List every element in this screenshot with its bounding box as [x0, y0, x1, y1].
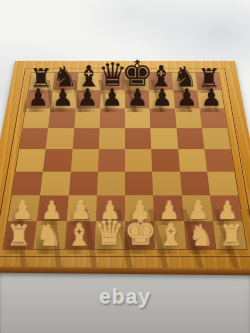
square-b3[interactable]	[40, 172, 70, 196]
square-g1[interactable]: ♞	[184, 221, 217, 249]
square-c5[interactable]	[72, 128, 99, 149]
square-d5[interactable]	[99, 128, 125, 149]
square-a3[interactable]	[12, 172, 43, 196]
square-a4[interactable]	[16, 149, 46, 171]
white-king[interactable]: ♚	[124, 214, 157, 251]
square-h7[interactable]: ♟	[197, 90, 224, 108]
white-knight[interactable]: ♞	[188, 221, 214, 250]
square-f7[interactable]: ♟	[149, 90, 175, 108]
square-a5[interactable]	[19, 128, 48, 149]
square-e5[interactable]	[125, 128, 151, 149]
square-h3[interactable]	[207, 172, 238, 196]
square-d3[interactable]	[97, 172, 125, 196]
square-b6[interactable]	[48, 109, 75, 129]
square-g4[interactable]	[178, 149, 207, 171]
square-d4[interactable]	[98, 149, 125, 171]
square-h5[interactable]	[202, 128, 231, 149]
black-pawn[interactable]: ♟	[102, 86, 123, 110]
white-queen[interactable]: ♛	[94, 216, 125, 250]
square-f1[interactable]: ♝	[154, 221, 186, 249]
square-h6[interactable]	[199, 109, 227, 129]
square-c6[interactable]	[74, 109, 100, 129]
square-b7[interactable]: ♟	[51, 90, 77, 108]
square-c4[interactable]	[70, 149, 98, 171]
square-g3[interactable]	[180, 172, 210, 196]
square-e7[interactable]: ♟	[125, 90, 150, 108]
black-pawn[interactable]: ♟	[52, 86, 73, 110]
black-pawn[interactable]: ♟	[77, 86, 98, 110]
square-d1[interactable]: ♛	[95, 221, 125, 249]
square-d7[interactable]: ♟	[100, 90, 125, 108]
product-photo: ebay ♜♞♝♛♚♝♞♜♟♟♟♟♟♟♟♟♟♟♟♟♟♟♟♟♜♞♝♛♚♝♞♜	[0, 0, 250, 333]
square-e4[interactable]	[125, 149, 152, 171]
square-a7[interactable]: ♟	[26, 90, 53, 108]
square-e1[interactable]: ♚	[125, 221, 155, 249]
white-bishop[interactable]: ♝	[66, 220, 93, 250]
square-e6[interactable]	[125, 109, 151, 129]
square-g6[interactable]	[175, 109, 202, 129]
square-f5[interactable]	[151, 128, 178, 149]
square-d6[interactable]	[99, 109, 125, 129]
square-g7[interactable]: ♟	[173, 90, 199, 108]
black-pawn[interactable]: ♟	[27, 86, 48, 110]
black-pawn[interactable]: ♟	[127, 86, 148, 110]
black-pawn[interactable]: ♟	[152, 86, 173, 110]
square-b1[interactable]: ♞	[34, 221, 67, 249]
square-e3[interactable]	[125, 172, 153, 196]
black-pawn[interactable]: ♟	[201, 86, 222, 110]
square-f6[interactable]	[150, 109, 176, 129]
black-pawn[interactable]: ♟	[176, 86, 197, 110]
square-g5[interactable]	[176, 128, 204, 149]
square-c7[interactable]: ♟	[75, 90, 101, 108]
square-h1[interactable]: ♜	[213, 221, 247, 249]
square-b5[interactable]	[46, 128, 74, 149]
square-h2[interactable]: ♟	[210, 196, 242, 222]
square-a6[interactable]	[23, 109, 51, 129]
square-c1[interactable]: ♝	[64, 221, 96, 249]
board-grid: ♜♞♝♛♚♝♞♜♟♟♟♟♟♟♟♟♟♟♟♟♟♟♟♟♜♞♝♛♚♝♞♜	[2, 72, 247, 250]
square-b4[interactable]	[43, 149, 72, 171]
white-rook[interactable]: ♜	[6, 222, 31, 250]
white-bishop[interactable]: ♝	[157, 220, 184, 250]
chess-board: ♜♞♝♛♚♝♞♜♟♟♟♟♟♟♟♟♟♟♟♟♟♟♟♟♜♞♝♛♚♝♞♜	[0, 61, 250, 270]
white-knight[interactable]: ♞	[36, 221, 62, 250]
square-f3[interactable]	[152, 172, 181, 196]
square-c3[interactable]	[68, 172, 97, 196]
white-rook[interactable]: ♜	[219, 222, 244, 250]
square-f4[interactable]	[151, 149, 179, 171]
square-h4[interactable]	[204, 149, 234, 171]
ebay-watermark: ebay	[0, 284, 250, 308]
